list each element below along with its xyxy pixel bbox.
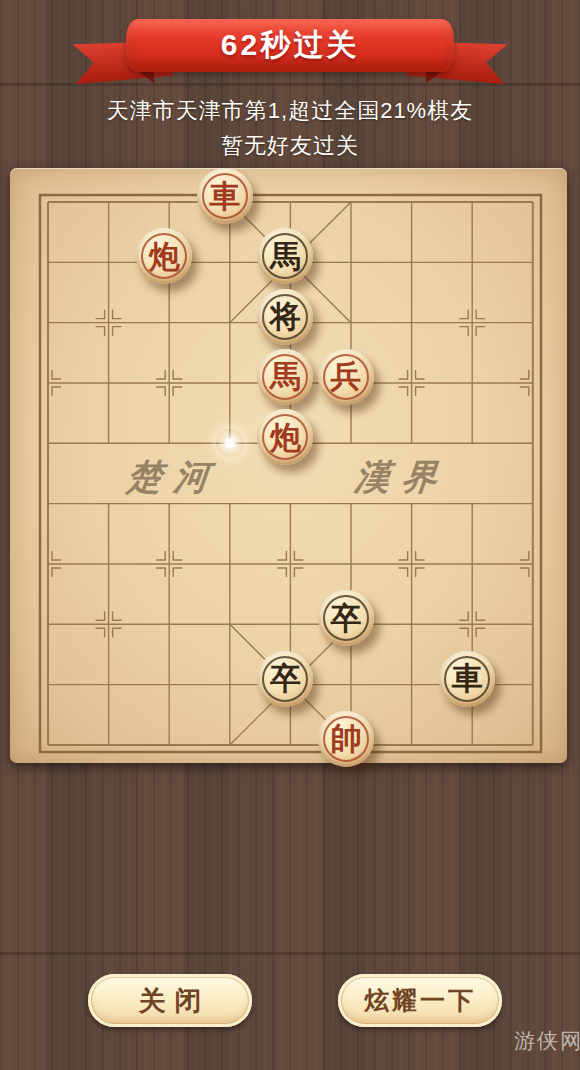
piece-ring (444, 656, 490, 702)
result-title: 62秒过关 (221, 25, 359, 66)
piece-ring (323, 354, 369, 400)
result-ribbon: 62秒过关 (74, 10, 506, 84)
piece-ring (202, 173, 248, 219)
piece-ring (262, 656, 308, 702)
piece-ring (141, 233, 187, 279)
piece-ring (262, 233, 308, 279)
piece-black-soldier[interactable]: 卒 (257, 651, 313, 707)
piece-black-horse[interactable]: 馬 (257, 228, 313, 284)
xiangqi-board[interactable]: 楚河 漢界 車炮馬将馬兵炮卒卒車帥 (10, 168, 567, 763)
ribbon-fold-left (138, 71, 154, 83)
piece-red-cannon[interactable]: 炮 (257, 409, 313, 465)
piece-red-horse[interactable]: 馬 (257, 349, 313, 405)
piece-ring (323, 595, 369, 641)
piece-ring (323, 716, 369, 762)
last-move-marker (216, 429, 244, 457)
site-watermark: 游侠网 (514, 1027, 580, 1055)
ribbon-band: 62秒过关 (126, 19, 454, 72)
piece-red-general[interactable]: 帥 (318, 711, 374, 767)
rank-summary: 天津市天津市第1,超过全国21%棋友 (0, 96, 580, 126)
piece-red-cannon[interactable]: 炮 (136, 228, 192, 284)
piece-ring (262, 414, 308, 460)
pieces-layer: 車炮馬将馬兵炮卒卒車帥 (10, 168, 567, 763)
piece-ring (262, 294, 308, 340)
close-button[interactable]: 关闭 (88, 974, 252, 1027)
ribbon-fold-right (426, 71, 442, 83)
piece-black-general[interactable]: 将 (257, 289, 313, 345)
friends-status: 暂无好友过关 (0, 131, 580, 161)
piece-black-soldier[interactable]: 卒 (318, 590, 374, 646)
piece-red-soldier[interactable]: 兵 (318, 349, 374, 405)
app-screen: 62秒过关 天津市天津市第1,超过全国21%棋友 暂无好友过关 楚河 漢界 車炮… (0, 0, 580, 1070)
show-off-button[interactable]: 炫耀一下 (338, 974, 502, 1027)
piece-red-chariot[interactable]: 車 (197, 168, 253, 224)
wood-seam (0, 952, 580, 955)
piece-ring (262, 354, 308, 400)
piece-black-chariot[interactable]: 車 (439, 651, 495, 707)
